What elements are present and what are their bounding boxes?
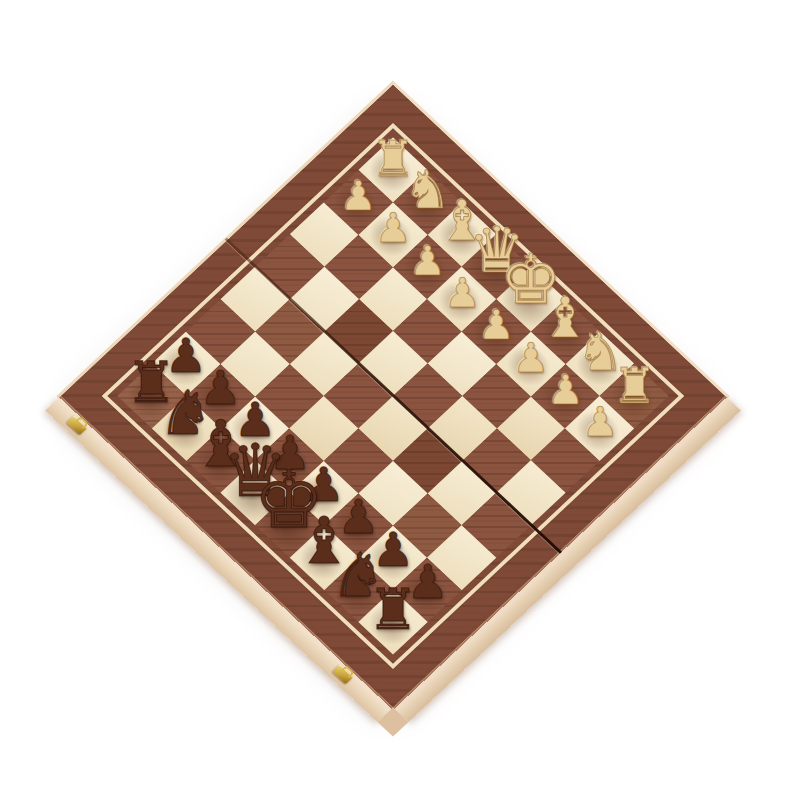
chess-board-squares: ♜♞♝♛♚♝♞♜♟♟♟♟♟♟♟♟♟♟♟♟♟♟♟♟♜♞♝♛♚♝♞♜ bbox=[117, 138, 669, 655]
product-photo: ♜♞♝♛♚♝♞♜♟♟♟♟♟♟♟♟♟♟♟♟♟♟♟♟♜♞♝♛♚♝♞♜ bbox=[0, 0, 800, 800]
chess-board: ♜♞♝♛♚♝♞♜♟♟♟♟♟♟♟♟♟♟♟♟♟♟♟♟♜♞♝♛♚♝♞♜ bbox=[61, 85, 726, 708]
brass-clasp-icon bbox=[66, 415, 87, 435]
black-rook: ♜ bbox=[356, 580, 430, 637]
square: ♜ bbox=[359, 590, 428, 655]
brass-clasp-icon bbox=[332, 664, 353, 684]
white-pawn: ♟ bbox=[563, 402, 637, 443]
